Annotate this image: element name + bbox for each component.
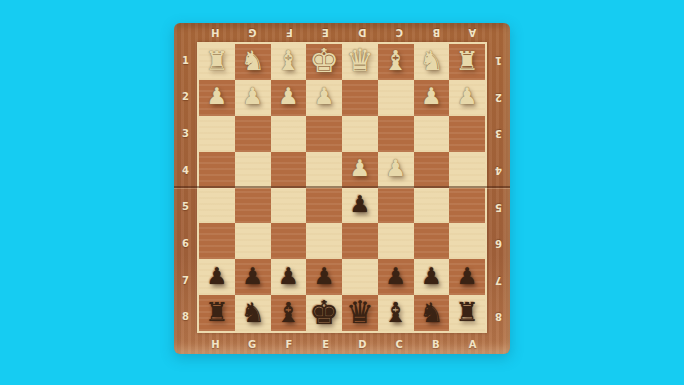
file-label-e: E xyxy=(307,334,344,354)
square-e1: ♚ xyxy=(306,44,342,80)
square-a6 xyxy=(449,223,485,259)
square-g5 xyxy=(235,188,271,224)
black-bishop-c8: ♝ xyxy=(384,299,408,326)
black-knight-g8: ♞ xyxy=(241,299,265,326)
chess-board: HGFEDCBA HGFEDCBA 12345678 12345678 ♜♞♝♚… xyxy=(174,23,510,354)
rank-label-4: 4 xyxy=(487,152,510,189)
square-b4 xyxy=(414,152,450,188)
square-c1: ♝ xyxy=(378,44,414,80)
square-d4: ♟ xyxy=(342,152,378,188)
square-h7: ♟ xyxy=(199,259,235,295)
file-label-b: B xyxy=(418,334,455,354)
file-label-c: C xyxy=(381,334,418,354)
square-b8: ♞ xyxy=(414,295,450,331)
rank-label-5: 5 xyxy=(487,189,510,226)
black-pawn-c7: ♟ xyxy=(385,265,406,288)
white-queen-d1: ♛ xyxy=(346,45,374,76)
square-d3 xyxy=(342,116,378,152)
file-label-c: C xyxy=(381,23,418,42)
square-g4 xyxy=(235,152,271,188)
rank-label-1: 1 xyxy=(174,42,197,79)
white-pawn-g2: ♟ xyxy=(242,85,263,108)
square-a8: ♜ xyxy=(449,295,485,331)
rank-label-2: 2 xyxy=(487,79,510,116)
square-a3 xyxy=(449,116,485,152)
square-b3 xyxy=(414,116,450,152)
square-a4 xyxy=(449,152,485,188)
black-pawn-g7: ♟ xyxy=(242,265,263,288)
square-c3 xyxy=(378,116,414,152)
black-bishop-f8: ♝ xyxy=(276,299,300,326)
white-rook-h1: ♜ xyxy=(205,48,228,74)
file-label-d: D xyxy=(344,23,381,42)
white-pawn-f2: ♟ xyxy=(278,85,299,108)
file-labels-bottom: HGFEDCBA xyxy=(197,334,491,354)
square-c8: ♝ xyxy=(378,295,414,331)
rank-labels-right: 12345678 xyxy=(487,42,510,335)
rank-label-7: 7 xyxy=(174,262,197,299)
square-e8: ♚ xyxy=(306,295,342,331)
rank-label-3: 3 xyxy=(174,115,197,152)
square-b1: ♞ xyxy=(414,44,450,80)
square-c7: ♟ xyxy=(378,259,414,295)
file-labels-top: HGFEDCBA xyxy=(197,23,491,42)
square-d6 xyxy=(342,223,378,259)
file-label-f: F xyxy=(271,23,308,42)
file-label-e: E xyxy=(307,23,344,42)
rank-label-1: 1 xyxy=(487,42,510,79)
square-f3 xyxy=(271,116,307,152)
square-h4 xyxy=(199,152,235,188)
square-a1: ♜ xyxy=(449,44,485,80)
square-e3 xyxy=(306,116,342,152)
square-g8: ♞ xyxy=(235,295,271,331)
black-pawn-d5: ♟ xyxy=(350,193,371,216)
square-h1: ♜ xyxy=(199,44,235,80)
square-e2: ♟ xyxy=(306,80,342,116)
square-b2: ♟ xyxy=(414,80,450,116)
white-king-e1: ♚ xyxy=(309,44,339,77)
square-h3 xyxy=(199,116,235,152)
white-pawn-h2: ♟ xyxy=(207,85,228,108)
square-f4 xyxy=(271,152,307,188)
black-pawn-e7: ♟ xyxy=(314,265,335,288)
square-b5 xyxy=(414,188,450,224)
square-f2: ♟ xyxy=(271,80,307,116)
square-h8: ♜ xyxy=(199,295,235,331)
square-c4: ♟ xyxy=(378,152,414,188)
rank-label-6: 6 xyxy=(174,225,197,262)
black-king-e8: ♚ xyxy=(309,296,339,329)
black-pawn-f7: ♟ xyxy=(278,265,299,288)
file-label-f: F xyxy=(271,334,308,354)
black-pawn-a7: ♟ xyxy=(457,265,478,288)
rank-label-5: 5 xyxy=(174,189,197,226)
square-f1: ♝ xyxy=(271,44,307,80)
file-label-g: G xyxy=(234,334,271,354)
square-d8: ♛ xyxy=(342,295,378,331)
square-d2 xyxy=(342,80,378,116)
square-c6 xyxy=(378,223,414,259)
white-pawn-e2: ♟ xyxy=(314,85,335,108)
file-label-h: H xyxy=(197,334,234,354)
square-a5 xyxy=(449,188,485,224)
file-label-a: A xyxy=(454,334,491,354)
rank-label-4: 4 xyxy=(174,152,197,189)
square-f5 xyxy=(271,188,307,224)
square-e7: ♟ xyxy=(306,259,342,295)
file-label-b: B xyxy=(418,23,455,42)
square-f8: ♝ xyxy=(271,295,307,331)
square-c2 xyxy=(378,80,414,116)
square-h5 xyxy=(199,188,235,224)
black-rook-h8: ♜ xyxy=(205,299,228,325)
square-g6 xyxy=(235,223,271,259)
square-g1: ♞ xyxy=(235,44,271,80)
square-c5 xyxy=(378,188,414,224)
file-label-h: H xyxy=(197,23,234,42)
square-e5 xyxy=(306,188,342,224)
file-label-d: D xyxy=(344,334,381,354)
square-e4 xyxy=(306,152,342,188)
black-pawn-h7: ♟ xyxy=(207,265,228,288)
square-b7: ♟ xyxy=(414,259,450,295)
square-d1: ♛ xyxy=(342,44,378,80)
white-bishop-c1: ♝ xyxy=(384,47,408,74)
square-f7: ♟ xyxy=(271,259,307,295)
rank-label-6: 6 xyxy=(487,225,510,262)
rank-label-8: 8 xyxy=(174,298,197,335)
rank-label-8: 8 xyxy=(487,298,510,335)
scene: HGFEDCBA HGFEDCBA 12345678 12345678 ♜♞♝♚… xyxy=(0,0,684,385)
square-e6 xyxy=(306,223,342,259)
white-rook-a1: ♜ xyxy=(455,48,478,74)
square-d5: ♟ xyxy=(342,188,378,224)
black-pawn-b7: ♟ xyxy=(421,265,442,288)
black-rook-a8: ♜ xyxy=(455,299,478,325)
square-d7 xyxy=(342,259,378,295)
square-h6 xyxy=(199,223,235,259)
white-knight-b1: ♞ xyxy=(419,47,443,74)
file-label-g: G xyxy=(234,23,271,42)
rank-label-2: 2 xyxy=(174,79,197,116)
black-knight-b8: ♞ xyxy=(419,299,443,326)
square-a2: ♟ xyxy=(449,80,485,116)
square-g7: ♟ xyxy=(235,259,271,295)
square-g2: ♟ xyxy=(235,80,271,116)
square-f6 xyxy=(271,223,307,259)
white-knight-g1: ♞ xyxy=(241,47,265,74)
board-fold-seam xyxy=(174,186,510,188)
rank-label-3: 3 xyxy=(487,115,510,152)
rank-labels-left: 12345678 xyxy=(174,42,197,335)
square-g3 xyxy=(235,116,271,152)
white-pawn-d4: ♟ xyxy=(350,157,371,180)
file-label-a: A xyxy=(454,23,491,42)
square-b6 xyxy=(414,223,450,259)
rank-label-7: 7 xyxy=(487,262,510,299)
white-pawn-b2: ♟ xyxy=(421,85,442,108)
white-bishop-f1: ♝ xyxy=(276,47,300,74)
square-a7: ♟ xyxy=(449,259,485,295)
white-pawn-c4: ♟ xyxy=(385,157,406,180)
square-h2: ♟ xyxy=(199,80,235,116)
black-queen-d8: ♛ xyxy=(346,297,374,328)
white-pawn-a2: ♟ xyxy=(457,85,478,108)
